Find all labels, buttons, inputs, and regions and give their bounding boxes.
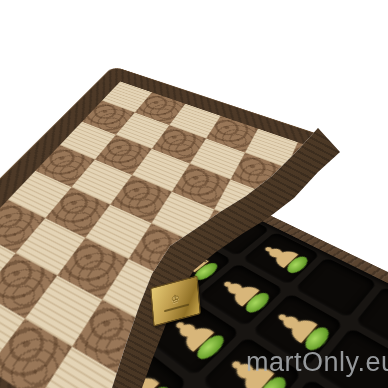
pawn-piece: ♟ bbox=[207, 269, 276, 318]
plaque-engraving-line bbox=[163, 303, 188, 312]
product-photo-stage: ♟♞♟♟♟♟♟♜♟♟♟♜ ♔ martOnly.eu bbox=[0, 0, 388, 388]
crown-logo-icon: ♔ bbox=[171, 292, 181, 304]
watermark-text: martOnly.eu bbox=[246, 347, 388, 378]
pawn-piece: ♟ bbox=[250, 237, 313, 279]
